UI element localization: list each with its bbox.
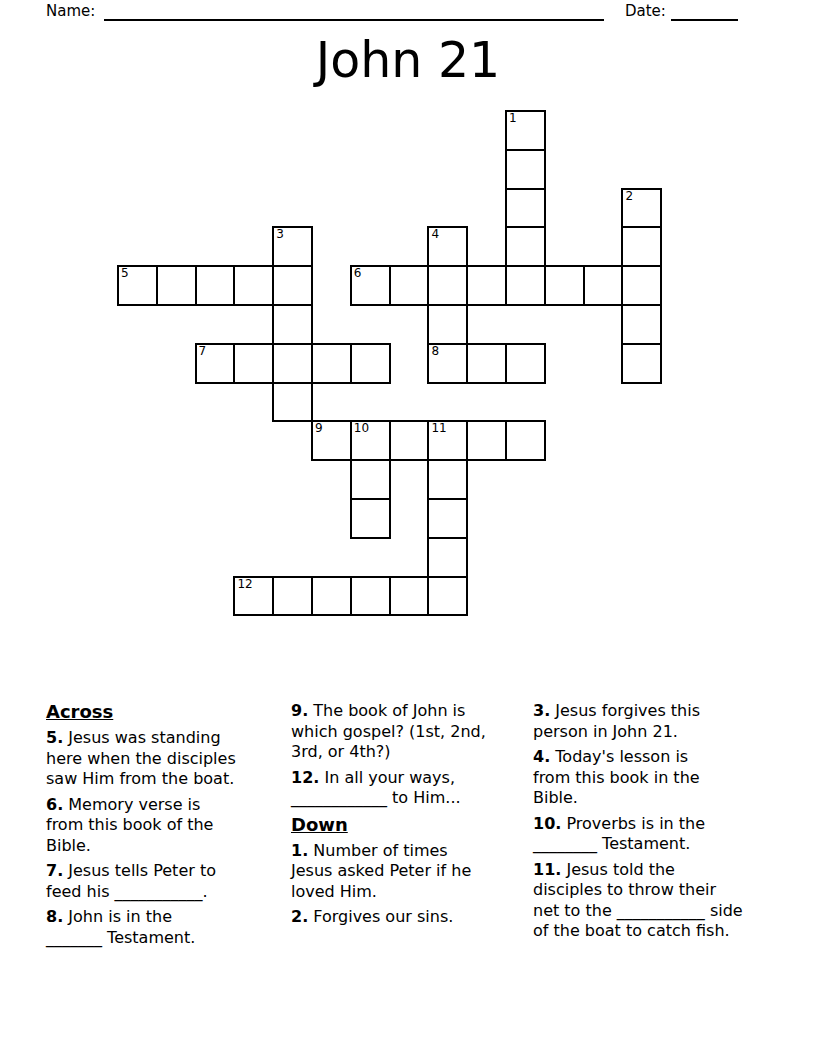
clue-9: 9. The book of John is which gospel? (1s… (291, 701, 531, 763)
cell-number: 3 (276, 228, 284, 241)
clue-number: 4. (533, 747, 550, 766)
clue-text: John is in the _______ Testament. (46, 907, 195, 947)
grid-cell[interactable] (621, 343, 662, 384)
clue-number: 6. (46, 795, 63, 814)
clue-number: 10. (533, 814, 561, 833)
clue-number: 5. (46, 728, 63, 747)
grid-cell[interactable] (311, 343, 352, 384)
grid-cell[interactable] (195, 265, 236, 306)
grid-cell[interactable] (233, 265, 274, 306)
grid-cell[interactable] (156, 265, 197, 306)
grid-cell[interactable]: 10 (350, 420, 391, 461)
clue-text: Jesus was standing here when the discipl… (46, 728, 236, 788)
grid-cell[interactable] (505, 265, 546, 306)
clue-3: 3. Jesus forgives this person in John 21… (533, 701, 777, 742)
grid-cell[interactable] (466, 420, 507, 461)
grid-cell[interactable] (427, 576, 468, 617)
grid-cell[interactable] (350, 459, 391, 500)
cell-number: 2 (625, 190, 633, 203)
grid-cell[interactable] (350, 343, 391, 384)
grid-cell[interactable] (427, 498, 468, 539)
clue-number: 12. (291, 768, 319, 787)
grid-cell[interactable] (466, 343, 507, 384)
cell-number: 5 (121, 267, 129, 280)
grid-cell[interactable]: 12 (233, 576, 274, 617)
grid-cell[interactable] (544, 265, 585, 306)
across-heading: Across (46, 701, 282, 722)
clue-text: Today's lesson is from this book in the … (533, 747, 700, 807)
grid-cell[interactable]: 9 (311, 420, 352, 461)
grid-cell[interactable] (389, 265, 430, 306)
grid-cell[interactable]: 4 (427, 226, 468, 267)
clue-text: Forgives our sins. (308, 907, 453, 926)
grid-cell[interactable] (427, 265, 468, 306)
grid-cell[interactable]: 3 (272, 226, 313, 267)
clue-number: 1. (291, 841, 308, 860)
clue-text: The book of John is which gospel? (1st, … (291, 701, 486, 761)
grid-cell[interactable] (311, 576, 352, 617)
cell-number: 9 (315, 422, 323, 435)
grid-cell[interactable] (621, 304, 662, 345)
clue-number: 7. (46, 861, 63, 880)
clue-6: 6. Memory verse is from this book of the… (46, 795, 282, 857)
cell-number: 10 (354, 422, 369, 435)
cell-number: 12 (237, 578, 252, 591)
grid-cell[interactable] (272, 382, 313, 423)
date-line (671, 1, 738, 21)
clue-column-3: 3. Jesus forgives this person in John 21… (533, 701, 777, 947)
grid-cell[interactable] (272, 265, 313, 306)
clue-text: Jesus told the disciples to throw their … (533, 860, 743, 941)
grid-cell[interactable]: 6 (350, 265, 391, 306)
page-title: John 21 (0, 33, 816, 89)
cell-number: 6 (354, 267, 362, 280)
grid-cell[interactable]: 8 (427, 343, 468, 384)
cell-number: 7 (199, 345, 207, 358)
clue-text: Number of times Jesus asked Peter if he … (291, 841, 471, 901)
grid-cell[interactable] (233, 343, 274, 384)
clue-number: 2. (291, 907, 308, 926)
grid-cell[interactable] (621, 226, 662, 267)
worksheet-page: Name: Date: John 21 123456789101112 Acro… (0, 0, 816, 1056)
grid-cell[interactable] (505, 343, 546, 384)
grid-cell[interactable] (272, 343, 313, 384)
grid-cell[interactable] (389, 420, 430, 461)
grid-cell[interactable] (621, 265, 662, 306)
grid-cell[interactable]: 11 (427, 420, 468, 461)
clue-8: 8. John is in the _______ Testament. (46, 907, 282, 948)
grid-cell[interactable] (272, 304, 313, 345)
clue-12: 12. In all your ways, ____________ to Hi… (291, 768, 531, 809)
grid-cell[interactable] (350, 576, 391, 617)
clue-text: Jesus tells Peter to feed his __________… (46, 861, 216, 901)
clue-4: 4. Today's lesson is from this book in t… (533, 747, 777, 809)
crossword-grid: 123456789101112 (117, 110, 663, 618)
date-label: Date: (625, 2, 666, 20)
cell-number: 8 (431, 345, 439, 358)
grid-cell[interactable] (505, 226, 546, 267)
grid-cell[interactable] (505, 149, 546, 190)
clue-5: 5. Jesus was standing here when the disc… (46, 728, 282, 790)
cell-number: 1 (509, 112, 517, 125)
grid-cell[interactable] (350, 498, 391, 539)
grid-cell[interactable]: 5 (117, 265, 158, 306)
cell-number: 11 (431, 422, 446, 435)
clue-number: 11. (533, 860, 561, 879)
clue-column-2: 9. The book of John is which gospel? (1s… (291, 701, 531, 933)
grid-cell[interactable] (505, 420, 546, 461)
clue-11: 11. Jesus told the disciples to throw th… (533, 860, 777, 942)
grid-cell[interactable] (427, 304, 468, 345)
name-label: Name: (46, 2, 95, 20)
grid-cell[interactable] (427, 537, 468, 578)
clue-7: 7. Jesus tells Peter to feed his _______… (46, 861, 282, 902)
cell-number: 4 (431, 228, 439, 241)
grid-cell[interactable]: 7 (195, 343, 236, 384)
grid-cell[interactable] (505, 188, 546, 229)
clue-number: 8. (46, 907, 63, 926)
grid-cell[interactable] (466, 265, 507, 306)
grid-cell[interactable] (389, 576, 430, 617)
clue-1: 1. Number of times Jesus asked Peter if … (291, 841, 531, 903)
grid-cell[interactable] (583, 265, 624, 306)
grid-cell[interactable] (272, 576, 313, 617)
grid-cell[interactable]: 2 (621, 188, 662, 229)
clue-2: 2. Forgives our sins. (291, 907, 531, 928)
grid-cell[interactable]: 1 (505, 110, 546, 151)
clue-column-1: Across5. Jesus was standing here when th… (46, 701, 282, 953)
clue-10: 10. Proverbs is in the ________ Testamen… (533, 814, 777, 855)
down-heading: Down (291, 814, 531, 835)
clue-text: Memory verse is from this book of the Bi… (46, 795, 213, 855)
grid-cell[interactable] (427, 459, 468, 500)
clue-number: 9. (291, 701, 308, 720)
clue-number: 3. (533, 701, 550, 720)
clue-text: Jesus forgives this person in John 21. (533, 701, 700, 741)
name-line (104, 1, 604, 21)
